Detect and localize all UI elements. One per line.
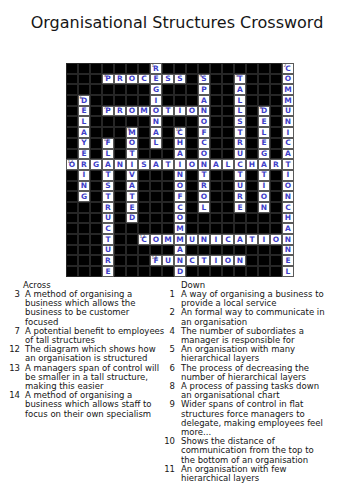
grid-cell[interactable]: L (102, 149, 114, 160)
grid-cell[interactable]: C (102, 223, 114, 234)
grid-cell[interactable]: E (102, 266, 114, 277)
grid-cell[interactable]: O (258, 191, 270, 202)
block-cell (162, 149, 174, 160)
grid-cell[interactable]: U (282, 106, 294, 117)
block-cell (102, 127, 114, 138)
cell-letter: I (215, 236, 218, 244)
grid-cell[interactable]: O (126, 106, 138, 117)
grid-cell[interactable]: C (186, 255, 198, 266)
grid-cell[interactable]: N (282, 191, 294, 202)
grid-cell[interactable]: T (198, 255, 210, 266)
grid-cell[interactable]: Y (78, 138, 90, 149)
block-cell (270, 223, 282, 234)
grid-cell[interactable]: O (126, 138, 138, 149)
cell-letter: Y (81, 139, 86, 147)
grid-cell[interactable]: G (258, 149, 270, 160)
cell-letter: A (153, 129, 159, 137)
block-cell (222, 266, 234, 277)
grid-cell[interactable]: L (234, 95, 246, 106)
cell-letter: C (225, 236, 231, 244)
grid-cell[interactable]: O (126, 74, 138, 85)
cell-letter: E (261, 139, 266, 147)
grid-cell[interactable]: 10C (174, 127, 186, 138)
block-cell (246, 213, 258, 224)
grid-cell[interactable]: A (174, 245, 186, 256)
clue-list-number: 13 (8, 364, 20, 392)
grid-cell[interactable]: 9M (126, 127, 138, 138)
cell-letter: I (83, 171, 86, 179)
block-cell (150, 149, 162, 160)
cell-letter: C (141, 75, 147, 83)
grid-cell[interactable]: T (126, 191, 138, 202)
cell-letter: C (201, 139, 207, 147)
grid-cell[interactable]: N (234, 255, 246, 266)
grid-cell[interactable]: O (198, 116, 210, 127)
clue-list-number: 11 (160, 465, 175, 483)
block-cell (210, 127, 222, 138)
grid-cell[interactable]: R (102, 255, 114, 266)
block-cell (174, 116, 186, 127)
block-cell (162, 127, 174, 138)
grid-cell[interactable]: E (78, 106, 90, 117)
cell-letter: O (285, 182, 291, 190)
cell-letter: R (237, 193, 243, 201)
grid-cell[interactable]: I (282, 127, 294, 138)
grid-cell[interactable]: I (282, 170, 294, 181)
grid-cell[interactable]: A (234, 84, 246, 95)
block-cell (246, 181, 258, 192)
cell-letter: U (189, 236, 195, 244)
cell-letter: R (273, 161, 279, 169)
block-cell (258, 213, 270, 224)
block-cell (210, 63, 222, 74)
clue-list-number: 10 (160, 437, 175, 465)
cell-letter: C (105, 225, 111, 233)
grid-cell[interactable]: L (198, 202, 210, 213)
grid-cell[interactable]: 11F (102, 138, 114, 149)
block-cell (150, 245, 162, 256)
cell-letter: T (129, 150, 134, 158)
grid-cell[interactable]: I (258, 234, 270, 245)
block-cell (102, 116, 114, 127)
grid-cell[interactable]: R (102, 202, 114, 213)
grid-cell[interactable]: O (150, 234, 162, 245)
grid-cell[interactable]: D (174, 266, 186, 277)
grid-cell[interactable]: R (234, 138, 246, 149)
grid-cell[interactable]: E (78, 149, 90, 160)
block-cell (66, 234, 78, 245)
block-cell (222, 149, 234, 160)
grid-cell[interactable]: I (210, 255, 222, 266)
grid-cell[interactable]: 4S (198, 74, 210, 85)
grid-cell[interactable]: F (174, 191, 186, 202)
cell-letter: E (105, 268, 110, 276)
grid-cell[interactable]: E (258, 138, 270, 149)
grid-cell[interactable]: S (234, 116, 246, 127)
grid-cell[interactable]: N (198, 106, 210, 117)
block-cell (246, 202, 258, 213)
cell-letter: L (202, 204, 207, 212)
cell-letter: O (201, 193, 207, 201)
grid-cell[interactable]: T (198, 170, 210, 181)
grid-cell[interactable]: U (234, 149, 246, 160)
grid-cell[interactable]: R (198, 181, 210, 192)
grid-cell[interactable]: E (126, 202, 138, 213)
grid-cell[interactable]: N (258, 202, 270, 213)
block-cell (246, 74, 258, 85)
grid-cell[interactable]: O (186, 159, 198, 170)
cell-letter: L (286, 268, 291, 276)
cell-letter: I (131, 161, 134, 169)
grid-cell[interactable]: I (210, 234, 222, 245)
block-cell (126, 234, 138, 245)
grid-cell[interactable]: 3P (102, 74, 114, 85)
cell-letter: G (81, 193, 87, 201)
cell-letter: S (237, 118, 242, 126)
block-cell (150, 202, 162, 213)
grid-cell[interactable]: O (174, 213, 186, 224)
clue-list-number: 4 (160, 327, 175, 345)
grid-cell[interactable]: N (282, 245, 294, 256)
grid-cell[interactable]: F (198, 127, 210, 138)
grid-cell[interactable]: R (234, 191, 246, 202)
grid-cell[interactable]: U (234, 181, 246, 192)
cell-letter: O (129, 75, 135, 83)
clue-item: 3A method of organising a business which… (8, 290, 185, 327)
block-cell (126, 266, 138, 277)
grid-cell[interactable]: S (138, 159, 150, 170)
grid-cell[interactable]: S (162, 74, 174, 85)
cell-letter: S (165, 75, 170, 83)
grid-cell[interactable]: O (150, 106, 162, 117)
grid-cell[interactable]: M (138, 106, 150, 117)
cell-letter: M (164, 236, 171, 244)
block-cell (90, 84, 102, 95)
grid-cell[interactable]: R (114, 106, 126, 117)
block-cell (270, 84, 282, 95)
grid-cell[interactable]: I (174, 106, 186, 117)
block-cell (246, 138, 258, 149)
page-title: Organisational Structures Crossword (0, 13, 354, 32)
cell-letter: G (93, 161, 99, 169)
cell-letter: N (201, 107, 207, 115)
block-cell (114, 255, 126, 266)
cell-letter: L (82, 118, 87, 126)
block-cell (186, 116, 198, 127)
grid-cell[interactable]: M (282, 84, 294, 95)
grid-cell[interactable]: T (102, 170, 114, 181)
cell-letter: E (285, 257, 290, 265)
grid-cell[interactable]: 8D (258, 106, 270, 117)
grid-cell[interactable]: T (102, 234, 114, 245)
block-cell (258, 95, 270, 106)
block-cell (78, 234, 90, 245)
block-cell (270, 116, 282, 127)
grid-cell[interactable]: L (150, 138, 162, 149)
grid-cell[interactable]: S (102, 181, 114, 192)
grid-cell[interactable]: C (234, 159, 246, 170)
grid-cell[interactable]: M (282, 95, 294, 106)
block-cell (90, 149, 102, 160)
grid-cell[interactable]: O (198, 191, 210, 202)
grid-cell[interactable]: A (282, 149, 294, 160)
block-cell (246, 191, 258, 202)
grid-cell[interactable]: M (174, 223, 186, 234)
clue-list-number: 1 (160, 290, 175, 308)
grid-cell[interactable]: A (258, 159, 270, 170)
clue-text: An formal way to communicate in an organ… (181, 308, 354, 326)
grid-cell[interactable]: L (258, 127, 270, 138)
block-cell (186, 245, 198, 256)
grid-cell[interactable]: O (222, 255, 234, 266)
crossword-grid: 1R2C3PROCESS4S5TOGPAM6DIALME7PROMOTIONL8… (66, 63, 294, 277)
grid-cell[interactable]: T (162, 106, 174, 117)
block-cell (210, 202, 222, 213)
grid-cell[interactable]: T (234, 170, 246, 181)
grid-cell[interactable]: I (150, 95, 162, 106)
block-cell (90, 74, 102, 85)
grid-cell[interactable]: H (282, 213, 294, 224)
block-cell (114, 127, 126, 138)
block-cell (90, 181, 102, 192)
block-cell (66, 202, 78, 213)
block-cell (162, 223, 174, 234)
grid-cell[interactable]: A (198, 95, 210, 106)
grid-cell[interactable]: O (270, 234, 282, 245)
grid-cell[interactable]: 1R (150, 63, 162, 74)
grid-cell[interactable]: I (78, 170, 90, 181)
grid-cell[interactable]: T (258, 170, 270, 181)
block-cell (258, 223, 270, 234)
cell-letter: A (237, 236, 243, 244)
cell-letter: A (129, 182, 135, 190)
grid-cell[interactable]: N (282, 116, 294, 127)
clue-item: 14A method of organising a business whic… (8, 391, 185, 419)
cell-letter: O (177, 214, 183, 222)
grid-cell[interactable]: C (282, 202, 294, 213)
cell-letter: D (177, 268, 183, 276)
block-cell (90, 213, 102, 224)
block-cell (114, 234, 126, 245)
grid-cell[interactable]: T (234, 127, 246, 138)
grid-cell[interactable]: I (126, 159, 138, 170)
cell-letter: I (179, 161, 182, 169)
cell-letter: N (117, 161, 123, 169)
grid-cell[interactable]: N (150, 116, 162, 127)
cell-letter: A (213, 161, 219, 169)
block-cell (66, 223, 78, 234)
cell-letter: T (129, 193, 134, 201)
grid-cell[interactable]: A (150, 127, 162, 138)
clue-text: The number of subordiates a manager is r… (181, 327, 354, 345)
block-cell (78, 266, 90, 277)
block-cell (138, 255, 150, 266)
block-cell (114, 223, 126, 234)
clue-number: 2 (284, 64, 287, 69)
block-cell (126, 223, 138, 234)
cell-letter: I (263, 236, 266, 244)
grid-cell[interactable]: L (234, 106, 246, 117)
grid-cell[interactable]: T (246, 234, 258, 245)
cell-letter: O (153, 236, 159, 244)
grid-cell[interactable]: 14F (150, 255, 162, 266)
block-cell (150, 191, 162, 202)
grid-cell[interactable]: A (174, 149, 186, 160)
cell-letter: O (189, 161, 195, 169)
block-cell (222, 202, 234, 213)
grid-cell[interactable]: O (186, 106, 198, 117)
block-cell (66, 149, 78, 160)
grid-cell[interactable]: A (234, 234, 246, 245)
grid-cell[interactable]: L (78, 116, 90, 127)
block-cell (186, 84, 198, 95)
cell-letter: N (177, 171, 183, 179)
block-cell (210, 95, 222, 106)
cell-letter: E (261, 118, 266, 126)
block-cell (210, 116, 222, 127)
grid-cell[interactable]: E (282, 255, 294, 266)
grid-cell[interactable]: 12O (66, 159, 78, 170)
block-cell (246, 149, 258, 160)
grid-cell[interactable]: I (258, 181, 270, 192)
grid-cell[interactable]: R (114, 74, 126, 85)
block-cell (114, 84, 126, 95)
cell-letter: U (165, 257, 171, 265)
grid-cell[interactable]: A (282, 223, 294, 234)
grid-cell[interactable]: O (282, 181, 294, 192)
grid-cell[interactable]: U (102, 245, 114, 256)
grid-cell[interactable]: C (222, 234, 234, 245)
cell-letter: T (165, 107, 170, 115)
block-cell (258, 84, 270, 95)
grid-cell[interactable]: L (222, 159, 234, 170)
grid-cell[interactable]: T (282, 159, 294, 170)
block-cell (186, 127, 198, 138)
block-cell (114, 202, 126, 213)
grid-cell[interactable]: T (102, 191, 114, 202)
grid-cell[interactable]: L (282, 266, 294, 277)
grid-cell[interactable]: N (114, 159, 126, 170)
block-cell (198, 63, 210, 74)
grid-cell[interactable]: C (138, 74, 150, 85)
grid-cell[interactable]: T (162, 159, 174, 170)
grid-cell[interactable]: P (198, 84, 210, 95)
grid-cell[interactable]: U (102, 213, 114, 224)
cell-letter: I (287, 171, 290, 179)
block-cell (90, 170, 102, 181)
block-cell (222, 138, 234, 149)
grid-cell[interactable]: V (126, 170, 138, 181)
block-cell (198, 213, 210, 224)
block-cell (270, 127, 282, 138)
grid-cell[interactable]: C (174, 202, 186, 213)
grid-cell[interactable]: D (126, 213, 138, 224)
down-clues-list: 1A way of organising a business to provi… (160, 290, 354, 483)
grid-cell[interactable]: O (198, 149, 210, 160)
cell-letter: O (129, 139, 135, 147)
block-cell (246, 84, 258, 95)
grid-cell[interactable]: G (90, 159, 102, 170)
grid-cell[interactable]: S (174, 74, 186, 85)
grid-cell[interactable]: A (78, 127, 90, 138)
grid-cell[interactable]: N (198, 234, 210, 245)
grid-cell[interactable]: 6D (78, 95, 90, 106)
cell-letter: A (285, 150, 291, 158)
block-cell (210, 181, 222, 192)
grid-cell[interactable]: O (282, 74, 294, 85)
grid-cell[interactable]: 7P (102, 106, 114, 117)
grid-cell[interactable]: R (78, 159, 90, 170)
clue-item: 5An organisation with many hierarchical … (160, 345, 354, 363)
cell-letter: G (261, 150, 267, 158)
grid-cell[interactable]: C (198, 138, 210, 149)
grid-cell[interactable]: R (270, 159, 282, 170)
grid-cell[interactable]: U (162, 255, 174, 266)
block-cell (162, 84, 174, 95)
grid-cell[interactable]: A (150, 159, 162, 170)
cell-letter: O (129, 107, 135, 115)
cell-letter: C (189, 257, 195, 265)
grid-cell[interactable]: 13C (138, 234, 150, 245)
grid-cell[interactable]: A (210, 159, 222, 170)
block-cell (162, 138, 174, 149)
grid-cell[interactable]: I (174, 159, 186, 170)
cell-letter: U (105, 246, 111, 254)
grid-cell[interactable]: U (186, 234, 198, 245)
clue-number: 13 (140, 235, 146, 240)
grid-cell[interactable]: N (78, 181, 90, 192)
block-cell (246, 223, 258, 234)
grid-cell[interactable]: N (174, 170, 186, 181)
grid-cell[interactable]: C (282, 138, 294, 149)
block-cell (90, 138, 102, 149)
block-cell (138, 181, 150, 192)
block-cell (162, 202, 174, 213)
grid-cell[interactable]: M (162, 234, 174, 245)
grid-cell[interactable]: G (150, 84, 162, 95)
grid-cell[interactable]: 5T (234, 74, 246, 85)
block-cell (270, 245, 282, 256)
grid-cell[interactable]: G (78, 191, 90, 202)
grid-cell[interactable]: H (246, 159, 258, 170)
cell-letter: R (105, 204, 111, 212)
clue-number: 9 (128, 128, 131, 133)
grid-cell[interactable]: N (282, 234, 294, 245)
block-cell (162, 116, 174, 127)
block-cell (150, 181, 162, 192)
cell-letter: A (177, 246, 183, 254)
grid-cell[interactable]: E (234, 202, 246, 213)
cell-letter: M (176, 236, 183, 244)
block-cell (138, 95, 150, 106)
block-cell (78, 255, 90, 266)
grid-cell[interactable]: E (258, 116, 270, 127)
grid-cell[interactable]: N (174, 255, 186, 266)
grid-cell[interactable]: 2C (282, 63, 294, 74)
grid-cell[interactable]: H (174, 138, 186, 149)
grid-cell[interactable]: O (174, 181, 186, 192)
cell-letter: O (201, 150, 207, 158)
grid-cell[interactable]: A (126, 181, 138, 192)
grid-cell[interactable]: A (102, 159, 114, 170)
grid-cell[interactable]: N (198, 159, 210, 170)
block-cell (138, 223, 150, 234)
grid-cell[interactable]: T (126, 149, 138, 160)
cell-letter: N (201, 161, 207, 169)
block-cell (162, 95, 174, 106)
grid-cell[interactable]: E (150, 74, 162, 85)
grid-cell[interactable]: M (174, 234, 186, 245)
